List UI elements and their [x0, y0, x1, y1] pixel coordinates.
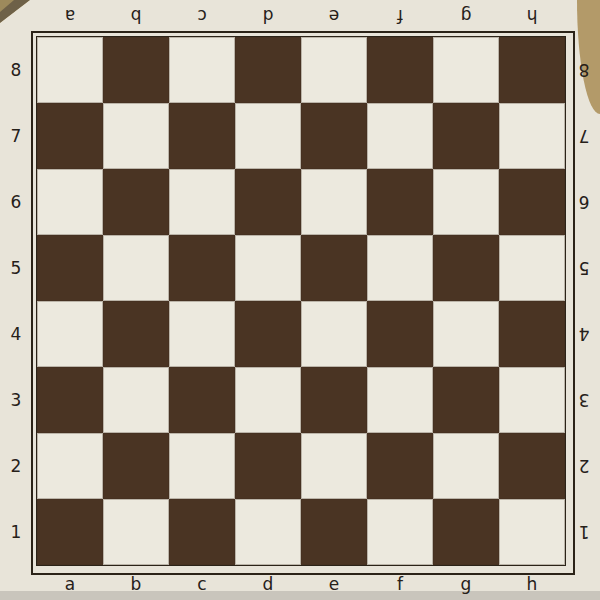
square-d8[interactable] [235, 37, 301, 103]
file-label-e: e [301, 4, 367, 28]
square-b1[interactable] [103, 499, 169, 565]
square-f8[interactable] [367, 37, 433, 103]
square-e8[interactable] [301, 37, 367, 103]
square-h3[interactable] [499, 367, 565, 433]
rank-label-6: 6 [4, 169, 28, 235]
square-h2[interactable] [499, 433, 565, 499]
square-h8[interactable] [499, 37, 565, 103]
file-label-e: e [301, 572, 367, 596]
rank-label-3: 3 [572, 367, 596, 433]
square-a5[interactable] [37, 235, 103, 301]
square-a2[interactable] [37, 433, 103, 499]
square-g8[interactable] [433, 37, 499, 103]
square-c6[interactable] [169, 169, 235, 235]
rank-labels-right: 87654321 [572, 37, 596, 565]
rank-label-4: 4 [572, 301, 596, 367]
square-c3[interactable] [169, 367, 235, 433]
square-f1[interactable] [367, 499, 433, 565]
file-label-f: f [367, 4, 433, 28]
square-f2[interactable] [367, 433, 433, 499]
file-label-h: h [499, 4, 565, 28]
square-a4[interactable] [37, 301, 103, 367]
rank-label-6: 6 [572, 169, 596, 235]
square-g7[interactable] [433, 103, 499, 169]
file-label-d: d [235, 572, 301, 596]
square-c8[interactable] [169, 37, 235, 103]
rank-label-7: 7 [572, 103, 596, 169]
square-g2[interactable] [433, 433, 499, 499]
file-label-d: d [235, 4, 301, 28]
square-e5[interactable] [301, 235, 367, 301]
square-b2[interactable] [103, 433, 169, 499]
square-b3[interactable] [103, 367, 169, 433]
file-label-a: a [37, 572, 103, 596]
file-label-a: a [37, 4, 103, 28]
square-e4[interactable] [301, 301, 367, 367]
rank-label-3: 3 [4, 367, 28, 433]
file-label-b: b [103, 4, 169, 28]
file-label-h: h [499, 572, 565, 596]
square-e1[interactable] [301, 499, 367, 565]
square-a8[interactable] [37, 37, 103, 103]
square-a1[interactable] [37, 499, 103, 565]
square-d7[interactable] [235, 103, 301, 169]
rank-label-5: 5 [572, 235, 596, 301]
square-c4[interactable] [169, 301, 235, 367]
square-b5[interactable] [103, 235, 169, 301]
file-label-g: g [433, 4, 499, 28]
square-b4[interactable] [103, 301, 169, 367]
square-h6[interactable] [499, 169, 565, 235]
square-e3[interactable] [301, 367, 367, 433]
file-label-b: b [103, 572, 169, 596]
table-corner-top-left [0, 0, 34, 28]
rank-labels-left: 87654321 [4, 37, 28, 565]
square-d2[interactable] [235, 433, 301, 499]
square-d4[interactable] [235, 301, 301, 367]
square-f4[interactable] [367, 301, 433, 367]
rank-label-2: 2 [4, 433, 28, 499]
square-e7[interactable] [301, 103, 367, 169]
square-b7[interactable] [103, 103, 169, 169]
square-a6[interactable] [37, 169, 103, 235]
square-f3[interactable] [367, 367, 433, 433]
square-b6[interactable] [103, 169, 169, 235]
file-label-c: c [169, 4, 235, 28]
square-f6[interactable] [367, 169, 433, 235]
square-e6[interactable] [301, 169, 367, 235]
square-b8[interactable] [103, 37, 169, 103]
rank-label-8: 8 [4, 37, 28, 103]
square-g3[interactable] [433, 367, 499, 433]
board-frame [31, 31, 575, 575]
square-a3[interactable] [37, 367, 103, 433]
file-labels-bottom: abcdefgh [37, 572, 565, 596]
square-f5[interactable] [367, 235, 433, 301]
square-c1[interactable] [169, 499, 235, 565]
square-g5[interactable] [433, 235, 499, 301]
chess-board [36, 36, 566, 566]
square-d1[interactable] [235, 499, 301, 565]
square-h4[interactable] [499, 301, 565, 367]
square-d5[interactable] [235, 235, 301, 301]
square-e2[interactable] [301, 433, 367, 499]
file-labels-top: abcdefgh [37, 4, 565, 28]
rank-label-1: 1 [4, 499, 28, 565]
square-d3[interactable] [235, 367, 301, 433]
square-g6[interactable] [433, 169, 499, 235]
rank-label-5: 5 [4, 235, 28, 301]
square-h5[interactable] [499, 235, 565, 301]
rank-label-4: 4 [4, 301, 28, 367]
file-label-f: f [367, 572, 433, 596]
square-a7[interactable] [37, 103, 103, 169]
square-c2[interactable] [169, 433, 235, 499]
rank-label-7: 7 [4, 103, 28, 169]
square-c5[interactable] [169, 235, 235, 301]
square-g4[interactable] [433, 301, 499, 367]
square-f7[interactable] [367, 103, 433, 169]
square-g1[interactable] [433, 499, 499, 565]
rank-label-2: 2 [572, 433, 596, 499]
square-h7[interactable] [499, 103, 565, 169]
file-label-c: c [169, 572, 235, 596]
file-label-g: g [433, 572, 499, 596]
rank-label-1: 1 [572, 499, 596, 565]
rank-label-8: 8 [572, 37, 596, 103]
square-c7[interactable] [169, 103, 235, 169]
square-d6[interactable] [235, 169, 301, 235]
square-h1[interactable] [499, 499, 565, 565]
